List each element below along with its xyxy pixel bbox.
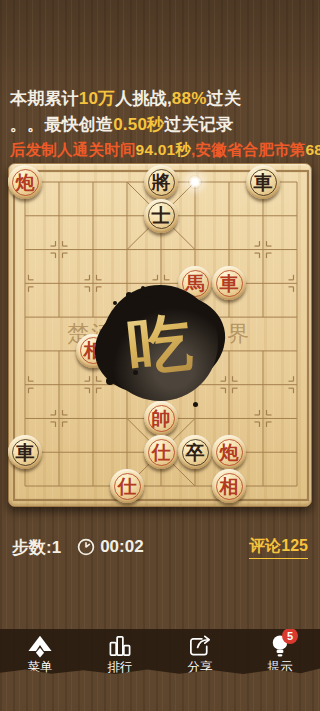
piece-character: 車 [254,173,273,192]
stats-text: 过关记录 [164,115,233,134]
piece-red-相[interactable]: 相 [76,334,110,368]
piece-red-帥[interactable]: 帥 [144,401,178,435]
app-screen: 本期累计10万人挑战,88%过关 。。最快创造0.50秒过关记录 后发制人通关时… [0,0,320,711]
piece-character: 仕 [118,477,137,496]
piece-black-將[interactable]: 將 [144,165,178,199]
stats-number: 88% [172,89,207,108]
stats-text: 本期累计 [10,89,79,108]
piece-character: 相 [220,477,239,496]
piece-black-卒[interactable]: 卒 [178,435,212,469]
piece-character: 士 [152,206,171,225]
piece-character: 相 [84,341,103,360]
piece-character: 車 [16,443,35,462]
piece-red-炮[interactable]: 炮 [212,435,246,469]
stats-line-latest-clear: 后发制人通关时间94.01秒,安徽省合肥市第687 [10,138,315,162]
stats-text: ,安徽省合肥市第 [191,141,305,158]
move-indicator [188,175,202,189]
stats-number: 94.01秒 [136,141,192,158]
comments-link[interactable]: 评论125 [249,536,308,559]
piece-character: 車 [220,274,239,293]
xiangqi-board[interactable]: 楚河漢界 炮將車士馬車相帥車仕卒炮仕相 [8,163,312,507]
piece-character: 炮 [220,443,239,462]
stats-number: 0.50秒 [113,115,164,134]
move-counter: 步数:1 [12,536,61,559]
nav-label: 排行 [108,659,133,676]
share-icon [187,634,213,658]
clock-icon [77,538,95,556]
ranking-icon [107,634,133,658]
stats-line-challengers: 本期累计10万人挑战,88%过关 [10,86,315,112]
piece-character: 卒 [186,443,205,462]
stats-line-record: 。。最快创造0.50秒过关记录 [10,112,315,138]
piece-red-馬[interactable]: 馬 [178,266,212,300]
piece-character: 仕 [152,443,171,462]
piece-red-仕[interactable]: 仕 [110,469,144,503]
piece-red-仕[interactable]: 仕 [144,435,178,469]
piece-red-相[interactable]: 相 [212,469,246,503]
stats-text: 人挑战, [115,89,172,108]
piece-red-炮[interactable]: 炮 [8,165,42,199]
piece-red-車[interactable]: 車 [212,266,246,300]
piece-character: 馬 [186,274,205,293]
nav-label: 菜单 [28,659,53,676]
share-button[interactable]: 分享 [160,629,240,676]
hint-badge: 5 [282,628,298,644]
stats-text: 过关 [206,89,240,108]
menu-button[interactable]: 菜单 [0,629,80,676]
bottom-navbar: 菜单 排行 分享 提示 5 [0,629,320,676]
piece-black-士[interactable]: 士 [144,199,178,233]
ranking-button[interactable]: 排行 [80,629,160,676]
stats-text: 。。最快创造 [10,115,113,134]
piece-black-車[interactable]: 車 [246,165,280,199]
piece-character: 帥 [152,409,171,428]
nav-label: 提示 [268,659,293,676]
hint-button[interactable]: 提示 5 [240,629,320,676]
piece-character: 將 [152,173,171,192]
stats-text: 后发制人通关时间 [10,141,136,158]
menu-icon [25,634,55,658]
nav-label: 分享 [188,659,213,676]
stats-number: 10万 [79,89,116,108]
stats-number: 687 [306,141,320,158]
piece-black-車[interactable]: 車 [8,435,42,469]
timer-value: 00:02 [100,537,143,557]
stats-banner: 本期累计10万人挑战,88%过关 。。最快创造0.50秒过关记录 后发制人通关时… [10,86,315,162]
piece-character: 炮 [16,173,35,192]
pieces-layer: 炮將車士馬車相帥車仕卒炮仕相 [9,164,311,506]
status-row: 步数:1 00:02 评论125 [0,535,320,559]
